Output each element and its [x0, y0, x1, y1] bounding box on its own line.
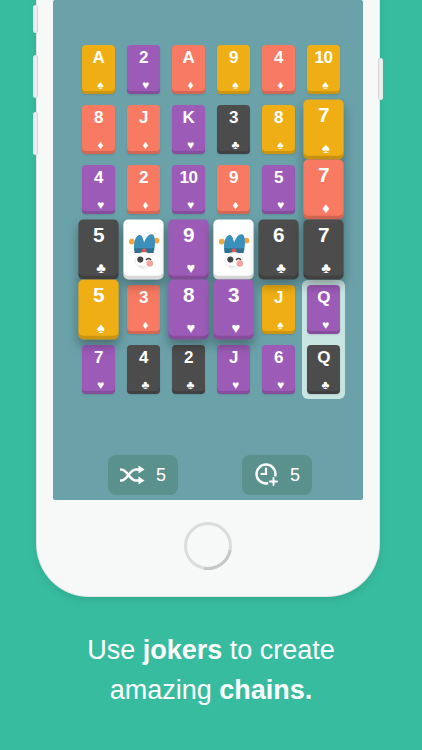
phone-frame: A♠2♥A♦9♠4♦10♠8♦J♦K♥3♣8♠7♠4♥2♦10♥9♦5♥7♦5♣…	[37, 0, 379, 596]
card-qc[interactable]: Q♣	[307, 345, 340, 394]
card-2h[interactable]: 2♥	[127, 45, 160, 94]
card-9d[interactable]: 9♦	[217, 165, 250, 214]
card-9h[interactable]: 9♥	[168, 220, 208, 280]
diamonds-icon: ♦	[264, 79, 297, 91]
card-value: 2	[127, 48, 160, 68]
card-value: 5	[78, 223, 118, 247]
shuffle-icon	[120, 465, 146, 485]
card-joker[interactable]	[123, 220, 163, 280]
card-value: 3	[217, 108, 250, 128]
hearts-icon: ♥	[174, 199, 207, 211]
card-4h[interactable]: 4♥	[82, 165, 115, 214]
card-7s[interactable]: 7♠	[303, 100, 343, 160]
hearts-icon: ♥	[171, 321, 211, 336]
timer-count: 5	[290, 465, 300, 486]
hearts-icon: ♥	[129, 79, 162, 91]
card-value: 10	[172, 168, 205, 188]
hearts-icon: ♥	[264, 199, 297, 211]
card-value: 9	[217, 48, 250, 68]
card-10h[interactable]: 10♥	[172, 165, 205, 214]
spades-icon: ♠	[81, 321, 121, 336]
card-5h[interactable]: 5♥	[262, 165, 295, 214]
caption-text: amazing	[110, 675, 220, 705]
card-2d[interactable]: 2♦	[127, 165, 160, 214]
card-value: 4	[262, 48, 295, 68]
clubs-icon: ♣	[174, 379, 207, 391]
diamonds-icon: ♦	[129, 319, 162, 331]
card-joker[interactable]	[213, 220, 253, 280]
card-value: 7	[82, 348, 115, 368]
clubs-icon: ♣	[306, 261, 346, 276]
card-7c[interactable]: 7♣	[303, 220, 343, 280]
card-7d[interactable]: 7♦	[303, 160, 343, 220]
card-value: 7	[303, 223, 343, 247]
card-7h[interactable]: 7♥	[82, 345, 115, 394]
caption-text: chains.	[219, 675, 312, 705]
card-8s[interactable]: 8♠	[262, 105, 295, 154]
spades-icon: ♠	[84, 79, 117, 91]
card-value: 7	[303, 163, 343, 187]
card-4d[interactable]: 4♦	[262, 45, 295, 94]
card-9s[interactable]: 9♠	[217, 45, 250, 94]
card-kh[interactable]: K♥	[172, 105, 205, 154]
card-value: K	[172, 108, 205, 128]
card-value: 8	[168, 283, 208, 307]
card-3d[interactable]: 3♦	[127, 285, 160, 334]
card-3c[interactable]: 3♣	[217, 105, 250, 154]
card-value: A	[172, 48, 205, 68]
card-value: 3	[127, 288, 160, 308]
card-value: 5	[78, 283, 118, 307]
caption-text: to create	[222, 635, 335, 665]
spades-icon: ♠	[219, 79, 252, 91]
card-value: 6	[258, 223, 298, 247]
card-value: J	[217, 348, 250, 368]
card-as[interactable]: A♠	[82, 45, 115, 94]
card-ad[interactable]: A♦	[172, 45, 205, 94]
card-value: 8	[82, 108, 115, 128]
card-js[interactable]: J♠	[262, 285, 295, 334]
volume-up-button	[33, 55, 38, 98]
power-button	[378, 58, 383, 100]
card-value: Q	[307, 288, 340, 308]
card-value: 9	[168, 223, 208, 247]
joker-jester-icon	[216, 229, 250, 270]
clubs-icon: ♣	[309, 379, 342, 391]
hearts-icon: ♥	[84, 379, 117, 391]
caption-text: jokers	[143, 635, 223, 665]
card-jh[interactable]: J♥	[217, 345, 250, 394]
card-value: 3	[213, 283, 253, 307]
hearts-icon: ♥	[219, 379, 252, 391]
diamonds-icon: ♦	[129, 199, 162, 211]
card-value: J	[262, 288, 295, 308]
volume-down-button	[33, 112, 38, 155]
card-board: A♠2♥A♦9♠4♦10♠8♦J♦K♥3♣8♠7♠4♥2♦10♥9♦5♥7♦5♣…	[82, 45, 340, 394]
hearts-icon: ♥	[174, 139, 207, 151]
clubs-icon: ♣	[81, 261, 121, 276]
card-value: J	[127, 108, 160, 128]
caption-text: Use	[87, 635, 143, 665]
card-value: 7	[303, 103, 343, 127]
card-value: 4	[82, 168, 115, 188]
mute-switch	[33, 5, 38, 33]
diamonds-icon: ♦	[306, 201, 346, 216]
diamonds-icon: ♦	[84, 139, 117, 151]
card-value: A	[82, 48, 115, 68]
hearts-icon: ♥	[216, 321, 256, 336]
card-8h[interactable]: 8♥	[168, 280, 208, 340]
card-8d[interactable]: 8♦	[82, 105, 115, 154]
card-4c[interactable]: 4♣	[127, 345, 160, 394]
shuffle-button[interactable]: 5	[108, 455, 178, 495]
card-6h[interactable]: 6♥	[262, 345, 295, 394]
app-store-screenshot: A♠2♥A♦9♠4♦10♠8♦J♦K♥3♣8♠7♠4♥2♦10♥9♦5♥7♦5♣…	[0, 0, 422, 750]
hearts-icon: ♥	[264, 379, 297, 391]
spades-icon: ♠	[264, 319, 297, 331]
diamonds-icon: ♦	[129, 139, 162, 151]
card-value: 8	[262, 108, 295, 128]
card-5c[interactable]: 5♣	[78, 220, 118, 280]
home-button	[184, 522, 232, 570]
card-value: 9	[217, 168, 250, 188]
diamonds-icon: ♦	[219, 199, 252, 211]
card-2c[interactable]: 2♣	[172, 345, 205, 394]
clubs-icon: ♣	[129, 379, 162, 391]
spades-icon: ♠	[306, 141, 346, 156]
card-10s[interactable]: 10♠	[307, 45, 340, 94]
hearts-icon: ♥	[309, 319, 342, 331]
spades-icon: ♠	[264, 139, 297, 151]
hearts-icon: ♥	[84, 199, 117, 211]
diamonds-icon: ♦	[174, 79, 207, 91]
card-value: 4	[127, 348, 160, 368]
card-value: 10	[307, 48, 340, 68]
card-value: 2	[172, 348, 205, 368]
add-time-button[interactable]: 5	[242, 455, 312, 495]
card-value: 2	[127, 168, 160, 188]
card-value: Q	[307, 348, 340, 368]
card-qh[interactable]: Q♥	[307, 285, 340, 334]
spades-icon: ♠	[309, 79, 342, 91]
clubs-icon: ♣	[261, 261, 301, 276]
game-screen: A♠2♥A♦9♠4♦10♠8♦J♦K♥3♣8♠7♠4♥2♦10♥9♦5♥7♦5♣…	[53, 0, 363, 500]
caption: Use jokers to createamazing chains.	[0, 630, 422, 710]
joker-jester-icon	[126, 229, 160, 270]
clock-plus-icon	[254, 462, 280, 488]
card-value: 5	[262, 168, 295, 188]
card-jd[interactable]: J♦	[127, 105, 160, 154]
clubs-icon: ♣	[219, 139, 252, 151]
card-3h[interactable]: 3♥	[213, 280, 253, 340]
card-value: 6	[262, 348, 295, 368]
hearts-icon: ♥	[171, 261, 211, 276]
shuffle-count: 5	[156, 465, 166, 486]
card-6c[interactable]: 6♣	[258, 220, 298, 280]
card-5s[interactable]: 5♠	[78, 280, 118, 340]
